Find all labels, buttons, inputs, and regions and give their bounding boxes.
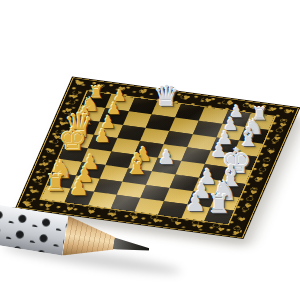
piece-black-pawn-e5[interactable]: ♟: [158, 148, 176, 168]
piece-white-rook-h1[interactable]: ♜: [45, 172, 66, 196]
piece-black-rook-h8[interactable]: ♜: [208, 192, 231, 217]
pencil-graphite-tip: [111, 224, 153, 269]
photo-stage: ♥ ♥ ♥ ♥ ♥ ♥ ♥ ♥ ♥ ♥ ♥ ♥ ♥ ♥ ♥ ♥ ♥ ♥ ♥ ♥ …: [0, 0, 300, 300]
piece-white-bishop-f4[interactable]: ♝: [125, 150, 151, 179]
pencil-wood-cone: [62, 216, 118, 263]
piece-white-pawn-h2[interactable]: ♟: [69, 177, 89, 199]
piece-black-pawn-h7[interactable]: ♟: [185, 191, 206, 214]
piece-white-pawn-d2[interactable]: ♟: [94, 127, 110, 145]
piece-black-queen-a4[interactable]: ♛: [153, 82, 179, 111]
pencil-barrel: [0, 203, 68, 255]
